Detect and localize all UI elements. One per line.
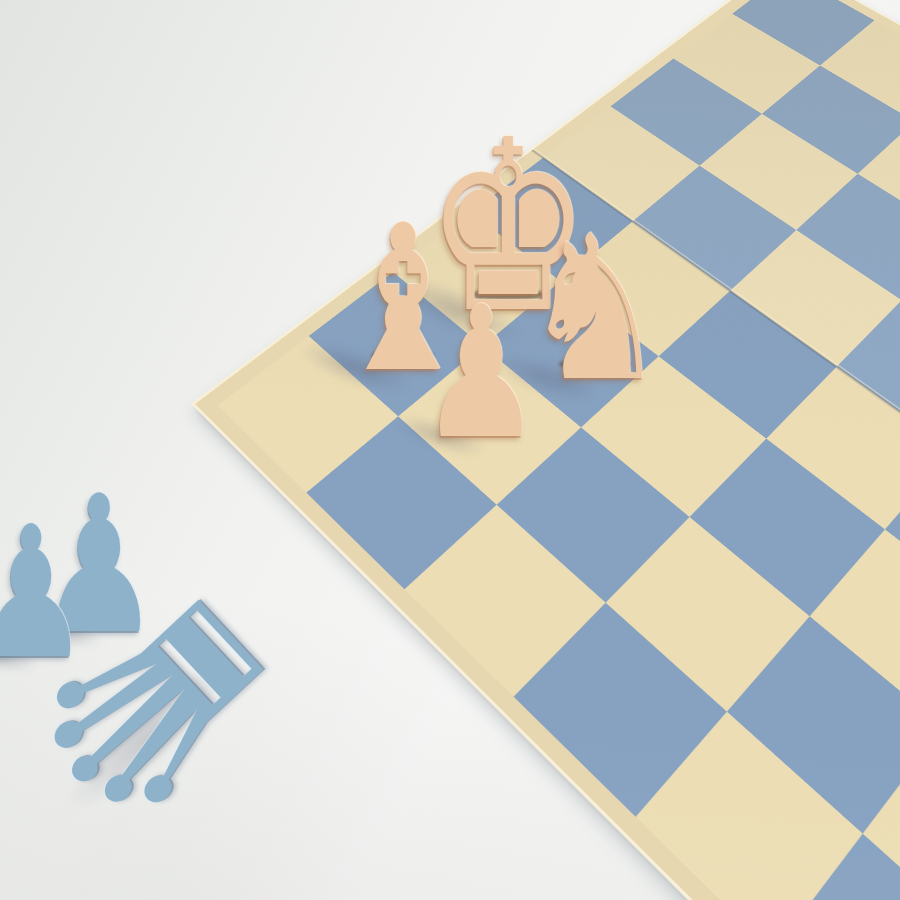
table-surface: ♚♝♞♟♟♟♛ [0,0,900,900]
chess-board [195,0,900,900]
blue-queen-piece: ♛ [0,529,332,875]
blue-pawn-1-shadow [0,636,42,678]
blue-pawn-2-shadow [8,610,107,653]
blue-queen-shadow [51,645,246,828]
board-grid [218,0,900,900]
blue-pawn-1-piece: ♟ [0,502,90,684]
blue-pawn-2-piece: ♟ [38,471,161,661]
